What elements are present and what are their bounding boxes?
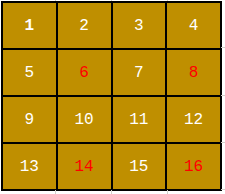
- grid-cell-15[interactable]: 15: [113, 144, 166, 189]
- gridline-tick: [167, 190, 168, 194]
- gridline-tick: [221, 95, 225, 96]
- grid-cell-13[interactable]: 13: [3, 144, 56, 189]
- grid-cell-3[interactable]: 3: [113, 3, 166, 48]
- grid-cell-11[interactable]: 11: [113, 97, 166, 142]
- grid-cell-4[interactable]: 4: [167, 3, 220, 48]
- gridline-tick: [111, 190, 112, 194]
- grid-cell-12[interactable]: 12: [167, 97, 220, 142]
- gridline-tick: [55, 190, 56, 194]
- grid-cell-16[interactable]: 16: [167, 144, 220, 189]
- grid-cell-6[interactable]: 6: [58, 50, 111, 95]
- number-grid: 12345678910111213141516: [1, 1, 222, 191]
- grid-cell-2[interactable]: 2: [58, 3, 111, 48]
- grid-cell-9[interactable]: 9: [3, 97, 56, 142]
- grid-cell-1[interactable]: 1: [3, 3, 56, 48]
- grid-cell-14[interactable]: 14: [58, 144, 111, 189]
- gridline-tick: [221, 189, 225, 190]
- gridline-tick: [221, 47, 225, 48]
- grid-cell-7[interactable]: 7: [113, 50, 166, 95]
- grid-cell-5[interactable]: 5: [3, 50, 56, 95]
- gridline-tick: [221, 142, 225, 143]
- grid-cell-8[interactable]: 8: [167, 50, 220, 95]
- gridline-tick: [167, 0, 168, 1]
- gridline-tick: [55, 0, 56, 1]
- grid-cell-10[interactable]: 10: [58, 97, 111, 142]
- gridline-tick: [111, 0, 112, 1]
